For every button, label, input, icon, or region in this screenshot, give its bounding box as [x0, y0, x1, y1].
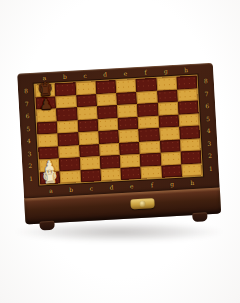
board-square — [160, 152, 181, 166]
coordinate-label: d — [103, 72, 107, 78]
board-square — [179, 126, 200, 140]
coordinate-label: f — [151, 182, 154, 188]
board-square — [158, 114, 179, 128]
coordinate-label: 6 — [205, 103, 209, 109]
board-square — [181, 163, 202, 177]
coordinate-label: e — [130, 183, 134, 189]
board-square — [58, 145, 79, 159]
coordinate-label: e — [123, 70, 127, 76]
board-square — [159, 127, 180, 141]
board-square — [56, 95, 77, 109]
board-square — [139, 128, 160, 142]
coordinate-label: 3 — [28, 151, 32, 157]
coordinate-label: 6 — [25, 113, 29, 119]
board-square — [96, 93, 117, 107]
board-square — [100, 155, 121, 169]
coordinate-label: 4 — [27, 138, 31, 144]
board-square — [161, 164, 182, 178]
board-square — [80, 169, 101, 183]
coordinate-label: b — [69, 187, 73, 193]
box-foot-left — [39, 221, 54, 231]
coordinate-label: g — [164, 68, 168, 74]
coordinate-label: 7 — [25, 101, 29, 107]
board-square — [100, 167, 121, 181]
coordinate-label: b — [63, 74, 67, 80]
board-square — [55, 82, 76, 96]
board-square — [58, 132, 79, 146]
chessboard — [35, 76, 202, 185]
board-square — [138, 115, 159, 129]
coordinate-label: 5 — [206, 116, 210, 122]
board-square — [141, 165, 162, 179]
board-square — [99, 143, 120, 157]
board-square — [137, 103, 158, 117]
board-square — [59, 157, 80, 171]
coordinate-label: c — [83, 73, 87, 79]
board-square — [37, 121, 58, 135]
board-square — [157, 89, 178, 103]
coordinate-label: d — [109, 184, 113, 190]
board-square — [180, 138, 201, 152]
board-square — [39, 158, 60, 172]
board-square — [35, 96, 56, 110]
board-square — [117, 104, 138, 118]
board-square — [36, 108, 57, 122]
coordinate-label: 8 — [24, 88, 28, 94]
board-square — [119, 141, 140, 155]
board-square — [79, 156, 100, 170]
product-photo: ♜♞♝♛♚♝♞♜♟♟♟♟♟♟♟♟♟♟♟♟♟♟♟♟♜♞♝♛♚♝♞♜ abcdefg… — [0, 0, 240, 303]
board-square — [57, 120, 78, 134]
board-square — [178, 113, 199, 127]
brass-latch-icon — [130, 198, 155, 209]
chess-box-lid: ♜♞♝♛♚♝♞♜♟♟♟♟♟♟♟♟♟♟♟♟♟♟♟♟♜♞♝♛♚♝♞♜ abcdefg… — [17, 63, 220, 200]
coordinate-label: 4 — [207, 128, 211, 134]
board-square — [177, 88, 198, 102]
coordinate-label: a — [43, 75, 47, 81]
file-labels-top: abcdefgh — [17, 63, 213, 74]
board-square — [60, 170, 81, 184]
board-square — [120, 166, 141, 180]
board-square — [120, 154, 141, 168]
board-square — [176, 76, 197, 90]
board-square — [77, 119, 98, 133]
coordinate-label: g — [170, 181, 174, 187]
board-square — [77, 106, 98, 120]
board-square — [156, 77, 177, 91]
coordinate-label: f — [144, 69, 147, 75]
board-square — [56, 107, 77, 121]
board-square — [116, 79, 137, 93]
coordinate-label: 5 — [26, 126, 30, 132]
board-square — [95, 80, 116, 94]
board-square — [78, 131, 99, 145]
board-square — [38, 133, 59, 147]
coordinate-label: h — [184, 67, 188, 73]
coordinate-label: 1 — [209, 166, 213, 172]
coordinate-label: 1 — [29, 176, 33, 182]
board-square — [118, 129, 139, 143]
coordinate-label: 2 — [28, 163, 32, 169]
board-square — [97, 118, 118, 132]
coordinate-label: 8 — [204, 78, 208, 84]
board-square — [178, 101, 199, 115]
coordinate-label: 3 — [207, 141, 211, 147]
board-square — [160, 139, 181, 153]
board-square — [40, 171, 61, 185]
board-square — [35, 84, 56, 98]
board-square — [136, 78, 157, 92]
coordinate-label: 7 — [204, 91, 208, 97]
chess-box: ♜♞♝♛♚♝♞♜♟♟♟♟♟♟♟♟♟♟♟♟♟♟♟♟♜♞♝♛♚♝♞♜ abcdefg… — [17, 63, 221, 225]
board-square — [79, 144, 100, 158]
board-square — [157, 102, 178, 116]
board-square — [137, 90, 158, 104]
coordinate-label: a — [49, 188, 53, 194]
coordinate-label: 2 — [208, 153, 212, 159]
board-square — [116, 91, 137, 105]
board-square — [139, 140, 160, 154]
coordinate-label: c — [89, 186, 93, 192]
board-square — [98, 130, 119, 144]
board-square — [118, 116, 139, 130]
board-square — [180, 150, 201, 164]
box-foot-right — [192, 212, 207, 222]
board-square — [76, 94, 97, 108]
coordinate-label: h — [190, 180, 194, 186]
board-square — [38, 146, 59, 160]
board-square — [97, 105, 118, 119]
board-square — [140, 153, 161, 167]
board-square — [75, 81, 96, 95]
